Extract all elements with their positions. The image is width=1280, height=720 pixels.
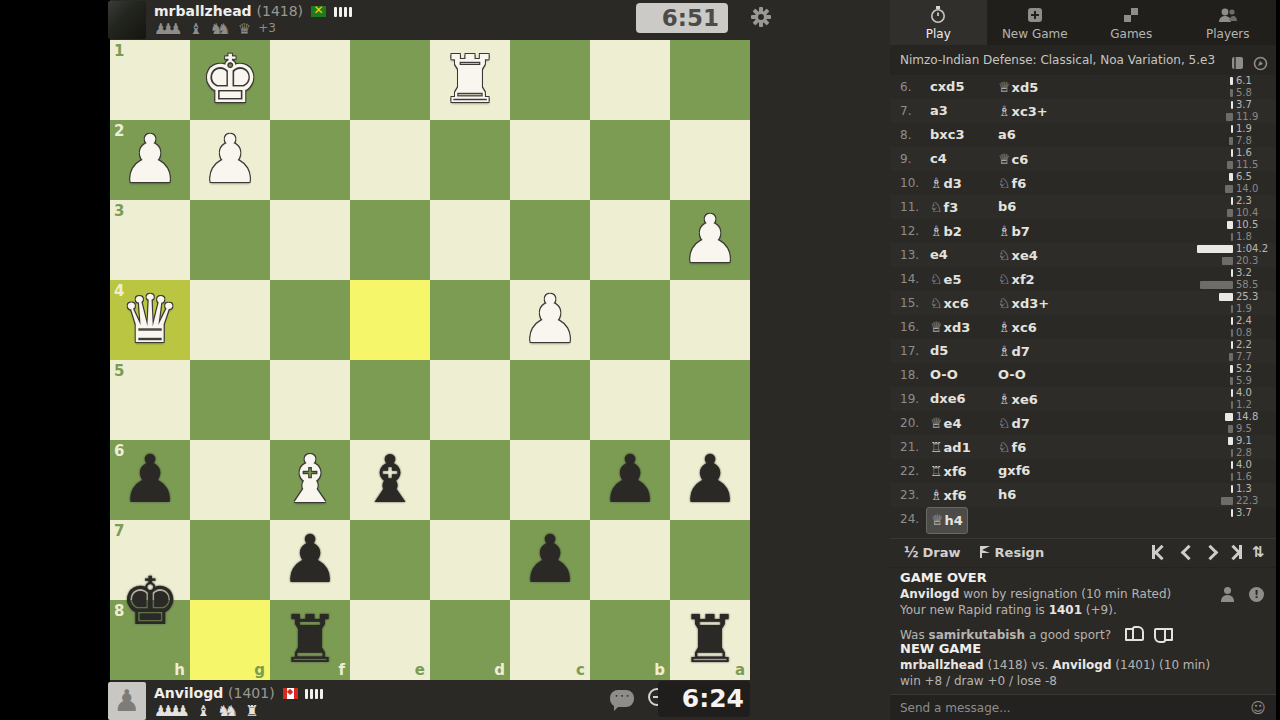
square-f1[interactable] — [270, 40, 350, 120]
move-row-13: 13.e4♘xe41:04.220.3 — [890, 243, 1276, 267]
new-game-stakes: win +8 / draw +0 / lose -8 — [900, 674, 1276, 688]
move-number: 18. — [900, 363, 926, 387]
black-move-20[interactable]: ♘d7 — [998, 411, 1030, 436]
move-row-24: 24.♕h43.7 — [890, 507, 1276, 531]
move-row-18: 18.O-OO-O5.25.9 — [890, 363, 1276, 387]
white-pawn-a3[interactable]: ♟ — [670, 200, 750, 280]
move-number: 8. — [900, 123, 926, 147]
move-row-20: 20.♕e4♘d714.89.5 — [890, 411, 1276, 435]
square-d8[interactable]: d — [430, 600, 510, 680]
square-d3[interactable] — [430, 200, 510, 280]
white-move-11[interactable]: ♘f3 — [930, 195, 958, 220]
tab-games[interactable]: Games — [1083, 0, 1180, 45]
bottom-player-avatar[interactable]: ♟ — [108, 682, 146, 720]
black-move-9[interactable]: ♕c6 — [998, 147, 1028, 172]
new-game-panel: NEW GAME mrballzhead (1418) vs. Anvilogd… — [890, 641, 1276, 690]
move-row-14: 14.♘e5♘xf23.258.5 — [890, 267, 1276, 291]
top-player-clock: 6:51 — [636, 3, 728, 33]
square-g4[interactable] — [190, 280, 270, 360]
square-d1[interactable]: ♜ — [430, 40, 510, 120]
captured-♟: ♟♟♟♟ — [154, 702, 190, 720]
white-move-24[interactable]: ♕h4 — [926, 507, 968, 534]
thumbs-down-icon[interactable] — [1156, 627, 1173, 642]
captured-♝: ♝ — [189, 20, 202, 38]
square-e3[interactable] — [350, 200, 430, 280]
tab-play[interactable]: Play — [890, 0, 987, 45]
white-rook-d1[interactable]: ♜ — [430, 40, 510, 120]
square-a5[interactable] — [670, 360, 750, 440]
rank-label-7: 7 — [114, 522, 124, 540]
square-e2[interactable] — [350, 120, 430, 200]
black-rook-f8[interactable]: ♜ — [270, 600, 350, 680]
move-row-23: 23.♗xf6h61.322.3 — [890, 483, 1276, 507]
stopwatch-icon — [890, 6, 987, 24]
square-g3[interactable] — [190, 200, 270, 280]
gear-icon[interactable] — [750, 6, 772, 28]
square-h7[interactable]: 7♚ — [110, 520, 190, 600]
people-icon — [1180, 6, 1277, 24]
move-number: 20. — [900, 411, 926, 435]
move-number: 21. — [900, 435, 926, 459]
black-pawn-a6[interactable]: ♟ — [670, 440, 750, 520]
black-move-19[interactable]: ♗xe6 — [998, 387, 1038, 412]
square-d4[interactable] — [430, 280, 510, 360]
captured-♝: ♝ — [197, 702, 210, 720]
square-e6[interactable]: ♝ — [350, 440, 430, 520]
white-king-g1[interactable]: ♚ — [190, 40, 270, 120]
move-number: 22. — [900, 459, 926, 483]
move-row-17: 17.d5♗d72.27.7 — [890, 339, 1276, 363]
square-c4[interactable]: ♟ — [510, 280, 590, 360]
white-move-14[interactable]: ♘e5 — [930, 267, 961, 292]
tab-players[interactable]: Players — [1180, 0, 1277, 45]
move-row-11: 11.♘f3b62.310.4 — [890, 195, 1276, 219]
square-b6[interactable]: ♟ — [590, 440, 670, 520]
connection-bars-icon — [334, 4, 354, 20]
square-d2[interactable] — [430, 120, 510, 200]
flip-board-icon[interactable]: ⇅ — [1252, 543, 1268, 561]
black-move-11[interactable]: b6 — [998, 195, 1016, 219]
square-h5[interactable]: 5 — [110, 360, 190, 440]
move-number: 15. — [900, 291, 926, 315]
video-frame: mrballzhead (1418) ♟♟♟♝♞♞♛+3 6:51 — [0, 0, 1280, 720]
square-c3[interactable] — [510, 200, 590, 280]
chat-input[interactable]: Send a message... ☺ — [890, 694, 1276, 720]
black-rook-a8[interactable]: ♜ — [670, 600, 750, 680]
move-number: 17. — [900, 339, 926, 363]
bottom-player-name[interactable]: Anvilogd (1401) — [154, 685, 325, 702]
white-move-9[interactable]: c4 — [930, 147, 947, 171]
file-label-h: h — [174, 661, 185, 679]
chat-placeholder: Send a message... — [900, 701, 1011, 715]
black-move-21[interactable]: ♘f6 — [998, 435, 1026, 460]
chat-bubble-icon[interactable] — [610, 690, 634, 707]
white-move-8[interactable]: bxc3 — [930, 123, 964, 147]
square-c6[interactable] — [510, 440, 590, 520]
plus-square-icon — [987, 6, 1084, 24]
square-b2[interactable] — [590, 120, 670, 200]
white-move-23[interactable]: ♗xf6 — [930, 483, 967, 508]
black-move-12[interactable]: ♗b7 — [998, 219, 1030, 244]
first-move-button[interactable] — [1152, 543, 1168, 561]
game-controls: ½Draw Resign ⇅ — [890, 538, 1276, 568]
square-b7[interactable] — [590, 520, 670, 600]
smiley-icon[interactable]: ☺ — [1250, 695, 1266, 720]
top-player-name[interactable]: mrballzhead (1418) — [154, 3, 354, 20]
top-captured-pieces: ♟♟♟♝♞♞♛+3 — [154, 20, 276, 38]
prev-move-button[interactable] — [1177, 543, 1193, 561]
white-move-16[interactable]: ♕xd3 — [930, 315, 970, 340]
resign-button[interactable]: Resign — [980, 539, 1045, 566]
square-h4[interactable]: 4♛ — [110, 280, 190, 360]
file-label-e: e — [415, 661, 425, 679]
move-row-7: 7.a3♗xc3+3.711.9 — [890, 99, 1276, 123]
opening-name: Nimzo-Indian Defense: Classical, Noa Var… — [900, 53, 1215, 67]
square-g6[interactable] — [190, 440, 270, 520]
move-number: 11. — [900, 195, 926, 219]
chess-board[interactable]: 1♚♜2♟♟3♟4♛♟56♟♝♝♟♟7♚♟♟8hgf♜edcba♜ — [110, 40, 750, 680]
square-a4[interactable] — [670, 280, 750, 360]
file-label-g: g — [254, 661, 265, 679]
square-d6[interactable] — [430, 440, 510, 520]
board-icon — [1083, 6, 1180, 24]
move-row-21: 21.♖ad1♘f69.12.8 — [890, 435, 1276, 459]
move-number: 9. — [900, 147, 926, 171]
captured-♛: ♛ — [238, 20, 251, 38]
square-e5[interactable] — [350, 360, 430, 440]
move-number: 24. — [900, 507, 926, 531]
game-over-header: GAME OVER — [900, 570, 1276, 585]
black-move-17[interactable]: ♗d7 — [998, 339, 1030, 364]
black-move-16[interactable]: ♗xc6 — [998, 315, 1037, 340]
white-queen-h4[interactable]: ♛ — [110, 280, 190, 360]
new-game-matchup: mrballzhead (1418) vs. Anvilogd (1401) (… — [900, 658, 1276, 672]
move-number: 12. — [900, 219, 926, 243]
white-move-6[interactable]: cxd5 — [930, 75, 964, 99]
black-move-6[interactable]: ♕xd5 — [998, 75, 1038, 100]
panel-tabs: Play New Game Games Players — [890, 0, 1276, 45]
square-b8[interactable]: b — [590, 600, 670, 680]
black-move-7[interactable]: ♗xc3+ — [998, 99, 1048, 124]
white-move-18[interactable]: O-O — [930, 363, 958, 387]
square-e4[interactable] — [350, 280, 430, 360]
black-pawn-b6[interactable]: ♟ — [590, 440, 670, 520]
top-player-bar: mrballzhead (1418) ♟♟♟♝♞♞♛+3 6:51 — [110, 0, 780, 40]
black-bishop-e6[interactable]: ♝ — [350, 440, 430, 520]
rank-label-5: 5 — [114, 362, 124, 380]
thumbs-up-icon[interactable] — [1125, 627, 1142, 642]
square-c2[interactable] — [510, 120, 590, 200]
white-pawn-h2[interactable]: ♟ — [110, 120, 190, 200]
white-move-10[interactable]: ♗d3 — [930, 171, 962, 196]
square-a8[interactable]: a♜ — [670, 600, 750, 680]
rating-update: Your new Rapid rating is 1401 (+9). — [900, 603, 1276, 617]
square-a3[interactable]: ♟ — [670, 200, 750, 280]
square-g8[interactable]: g — [190, 600, 270, 680]
square-h1[interactable]: 1 — [110, 40, 190, 120]
move-row-15: 15.♘xc6♘xd3+25.31.9 — [890, 291, 1276, 315]
move-row-19: 19.dxe6♗xe64.01.2 — [890, 387, 1276, 411]
material-score: +3 — [258, 21, 276, 35]
square-e8[interactable]: e — [350, 600, 430, 680]
add-friend-icon[interactable] — [1220, 587, 1235, 602]
black-move-8[interactable]: a6 — [998, 123, 1016, 147]
square-a6[interactable]: ♟ — [670, 440, 750, 520]
move-number: 16. — [900, 315, 926, 339]
square-f2[interactable] — [270, 120, 350, 200]
square-g5[interactable] — [190, 360, 270, 440]
move-list[interactable]: 6.cxd5♕xd56.15.87.a3♗xc3+3.711.98.bxc3a6… — [890, 75, 1276, 538]
move-number: 14. — [900, 267, 926, 291]
white-move-22[interactable]: ♖xf6 — [930, 459, 967, 484]
square-b4[interactable] — [590, 280, 670, 360]
square-c1[interactable] — [510, 40, 590, 120]
square-c8[interactable]: c — [510, 600, 590, 680]
black-move-23[interactable]: h6 — [998, 483, 1016, 507]
jamaica-flag-icon — [311, 6, 326, 17]
square-d5[interactable] — [430, 360, 510, 440]
flag-icon — [980, 546, 990, 558]
tab-new-game[interactable]: New Game — [987, 0, 1084, 45]
square-c5[interactable] — [510, 360, 590, 440]
new-game-header: NEW GAME — [900, 641, 1276, 656]
black-move-15[interactable]: ♘xd3+ — [998, 291, 1049, 316]
file-label-d: d — [494, 661, 505, 679]
next-move-button[interactable] — [1202, 543, 1218, 561]
file-label-c: c — [576, 661, 585, 679]
square-d7[interactable] — [430, 520, 510, 600]
move-row-10: 10.♗d3♘f66.514.0 — [890, 171, 1276, 195]
square-h6[interactable]: 6♟ — [110, 440, 190, 520]
square-h2[interactable]: 2♟ — [110, 120, 190, 200]
square-a1[interactable] — [670, 40, 750, 120]
square-f8[interactable]: f♜ — [270, 600, 350, 680]
captured-♞: ♞♞ — [210, 20, 231, 38]
black-move-14[interactable]: ♘xf2 — [998, 267, 1035, 292]
square-g1[interactable]: ♚ — [190, 40, 270, 120]
move-row-16: 16.♕xd3♗xc62.40.8 — [890, 315, 1276, 339]
black-move-10[interactable]: ♘f6 — [998, 171, 1026, 196]
square-b5[interactable] — [590, 360, 670, 440]
bottom-player-bar: ♟ Anvilogd (1401) ♟♟♟♟♝♞♞♜ 6:24 — [110, 681, 780, 720]
square-f3[interactable] — [270, 200, 350, 280]
move-row-8: 8.bxc3a61.97.8 — [890, 123, 1276, 147]
white-move-17[interactable]: d5 — [930, 339, 948, 363]
white-move-20[interactable]: ♕e4 — [930, 411, 961, 436]
white-bishop-f6[interactable]: ♝ — [270, 440, 350, 520]
last-move-button[interactable] — [1227, 543, 1243, 561]
connection-bars-icon — [305, 686, 325, 702]
move-number: 6. — [900, 75, 926, 99]
square-h3[interactable]: 3 — [110, 200, 190, 280]
white-move-21[interactable]: ♖ad1 — [930, 435, 971, 460]
report-icon[interactable]: ! — [1249, 587, 1264, 602]
side-panel: Play New Game Games Players — [890, 0, 1276, 720]
square-g2[interactable]: ♟ — [190, 120, 270, 200]
white-move-19[interactable]: dxe6 — [930, 387, 966, 411]
captured-♜: ♜ — [245, 702, 258, 720]
square-f5[interactable] — [270, 360, 350, 440]
square-a2[interactable] — [670, 120, 750, 200]
top-player-avatar[interactable] — [108, 1, 146, 39]
white-move-7[interactable]: a3 — [930, 99, 948, 123]
move-number: 13. — [900, 243, 926, 267]
square-f7[interactable]: ♟ — [270, 520, 350, 600]
black-move-13[interactable]: ♘xe4 — [998, 243, 1038, 268]
white-move-15[interactable]: ♘xc6 — [930, 291, 969, 316]
square-a7[interactable] — [670, 520, 750, 600]
white-move-12[interactable]: ♗b2 — [930, 219, 962, 244]
move-number: 19. — [900, 387, 926, 411]
chess-app: mrballzhead (1418) ♟♟♟♝♞♞♛+3 6:51 — [110, 0, 1166, 720]
white-pawn-g2[interactable]: ♟ — [190, 120, 270, 200]
move-row-9: 9.c4♕c61.611.5 — [890, 147, 1276, 171]
white-pawn-c4[interactable]: ♟ — [510, 280, 590, 360]
move-number: 10. — [900, 171, 926, 195]
black-pawn-c7[interactable]: ♟ — [510, 520, 590, 600]
game-over-panel: GAME OVER Anvilogd won by resignation (1… — [890, 567, 1276, 642]
bottom-player-clock: 6:24 — [658, 681, 750, 717]
black-pawn-h6[interactable]: ♟ — [110, 440, 190, 520]
move-row-6: 6.cxd5♕xd56.15.8 — [890, 75, 1276, 99]
opening-name-bar[interactable]: Nimzo-Indian Defense: Classical, Noa Var… — [890, 45, 1276, 75]
move-times: 3.7 — [1150, 507, 1270, 531]
bottom-captured-pieces: ♟♟♟♟♝♞♞♜ — [154, 702, 266, 720]
square-f6[interactable]: ♝ — [270, 440, 350, 520]
black-king-h7[interactable]: ♚ — [110, 562, 190, 642]
captured-♟: ♟♟♟ — [154, 20, 182, 38]
square-c7[interactable]: ♟ — [510, 520, 590, 600]
black-move-18[interactable]: O-O — [998, 363, 1026, 387]
square-g7[interactable] — [190, 520, 270, 600]
rank-label-3: 3 — [114, 202, 124, 220]
rank-label-1: 1 — [114, 42, 124, 60]
white-move-13[interactable]: e4 — [930, 243, 948, 267]
canada-flag-icon — [283, 688, 298, 699]
black-pawn-f7[interactable]: ♟ — [270, 520, 350, 600]
move-number: 7. — [900, 99, 926, 123]
square-e7[interactable] — [350, 520, 430, 600]
captured-♞: ♞♞ — [217, 702, 238, 720]
square-b1[interactable] — [590, 40, 670, 120]
move-row-12: 12.♗b2♗b710.51.8 — [890, 219, 1276, 243]
sportsmanship-question: Was samirkutabish a good sport? — [900, 627, 1276, 642]
draw-button[interactable]: ½Draw — [904, 539, 960, 566]
square-f4[interactable] — [270, 280, 350, 360]
square-e1[interactable] — [350, 40, 430, 120]
black-move-22[interactable]: gxf6 — [998, 459, 1030, 483]
square-b3[interactable] — [590, 200, 670, 280]
file-label-b: b — [654, 661, 665, 679]
move-row-22: 22.♖xf6gxf64.01.6 — [890, 459, 1276, 483]
move-number: 23. — [900, 483, 926, 507]
